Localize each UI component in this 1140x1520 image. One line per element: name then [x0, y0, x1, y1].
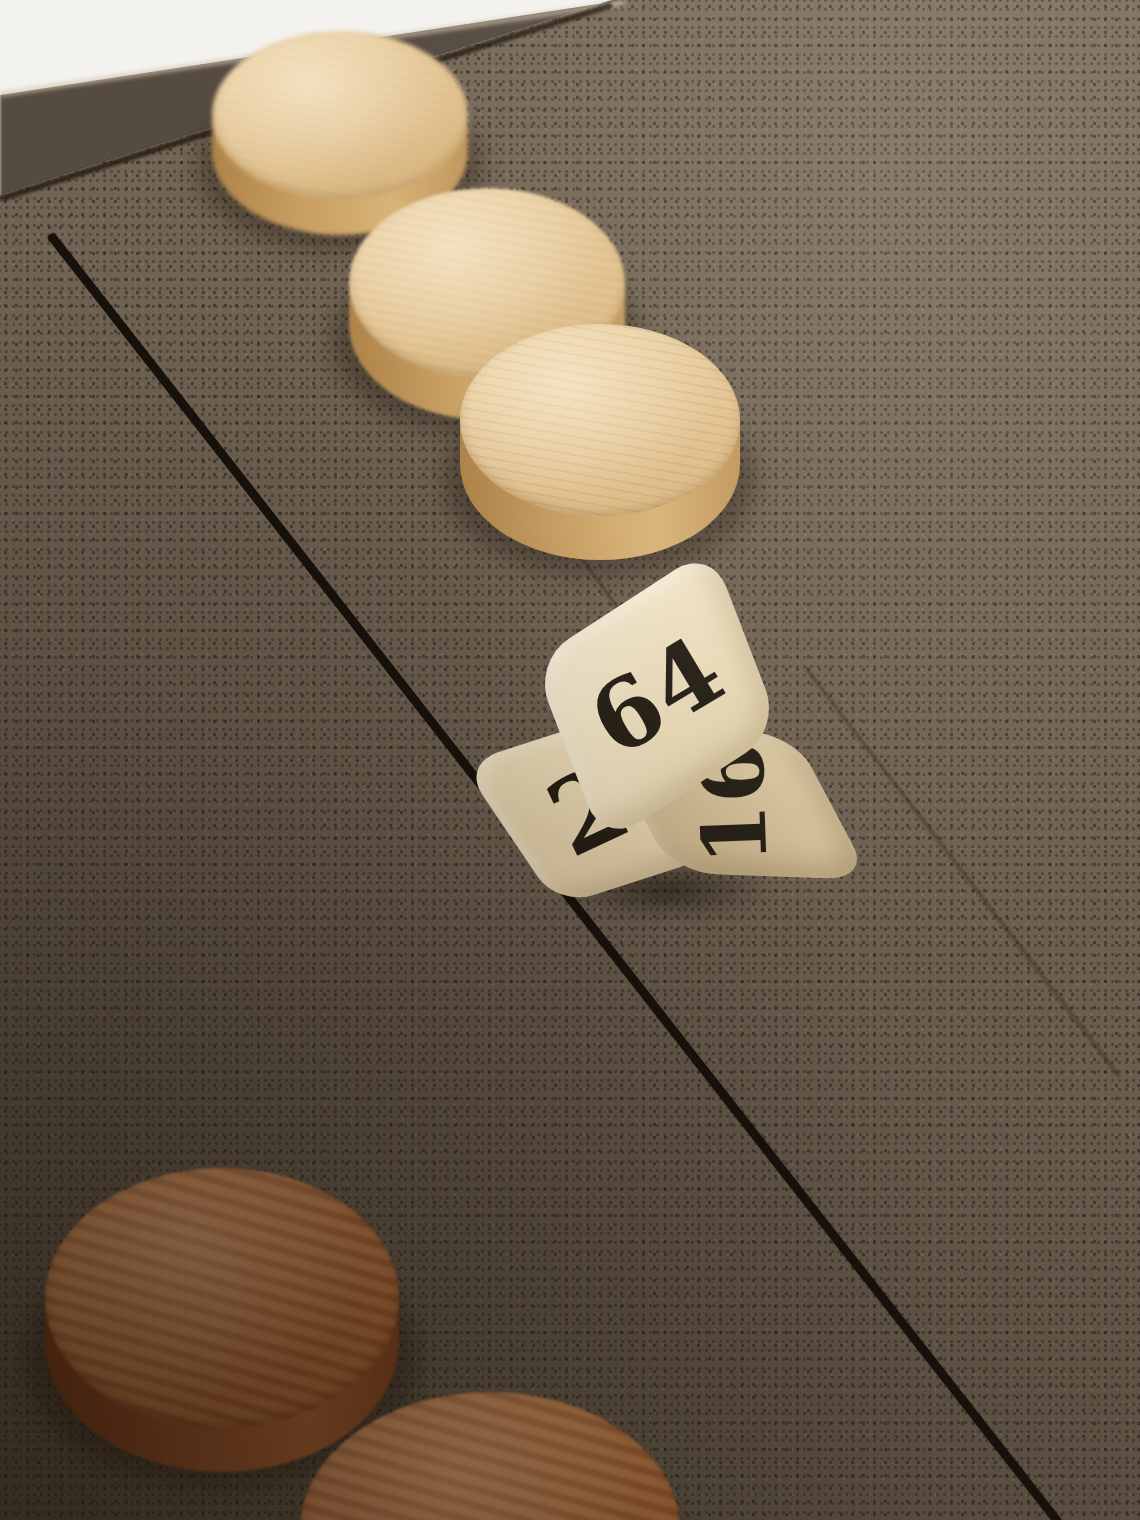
cube-value-top: 64	[571, 614, 743, 778]
checker-top-face	[45, 1168, 399, 1428]
checker-top-face	[460, 324, 740, 516]
doubling-cube[interactable]: 2 16 64	[497, 596, 827, 926]
backgammon-board-photo: 2 16 64	[0, 0, 1140, 1520]
light-checker-3[interactable]	[460, 324, 740, 560]
checker-top-face	[300, 1392, 680, 1520]
dark-checker-2[interactable]	[300, 1392, 680, 1520]
checker-top-face	[212, 31, 468, 199]
